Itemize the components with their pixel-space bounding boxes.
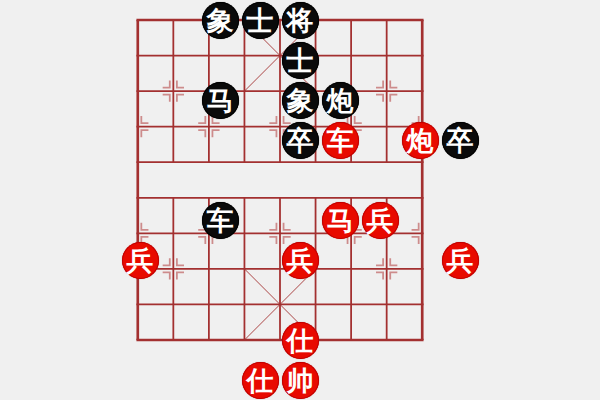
piece-black-chariot[interactable]: 车 [202,202,239,239]
piece-black-horse[interactable]: 马 [202,82,239,119]
piece-black-elephant[interactable]: 象 [202,2,239,39]
piece-black-advisor[interactable]: 士 [282,42,319,79]
piece-black-general[interactable]: 将 [282,2,319,39]
piece-red-soldier[interactable]: 兵 [122,242,159,279]
piece-black-soldier[interactable]: 卒 [442,122,479,159]
piece-red-chariot[interactable]: 车 [322,122,359,159]
piece-red-cannon[interactable]: 炮 [402,122,439,159]
piece-red-soldier[interactable]: 兵 [442,242,479,279]
piece-red-advisor[interactable]: 仕 [242,362,279,399]
piece-black-cannon[interactable]: 炮 [322,82,359,119]
xiangqi-app-screen: 象士将士马象炮卒车炮卒车马兵兵兵兵仕仕帅 [0,0,600,400]
piece-red-soldier[interactable]: 兵 [362,202,399,239]
piece-black-soldier[interactable]: 卒 [282,122,319,159]
piece-red-advisor[interactable]: 仕 [282,322,319,359]
board-grid[interactable]: 象士将士马象炮卒车炮卒车马兵兵兵兵仕仕帅 [120,0,480,400]
piece-red-general[interactable]: 帅 [282,362,319,399]
piece-black-elephant[interactable]: 象 [282,82,319,119]
piece-black-advisor[interactable]: 士 [242,2,279,39]
piece-red-soldier[interactable]: 兵 [282,242,319,279]
piece-red-horse[interactable]: 马 [322,202,359,239]
